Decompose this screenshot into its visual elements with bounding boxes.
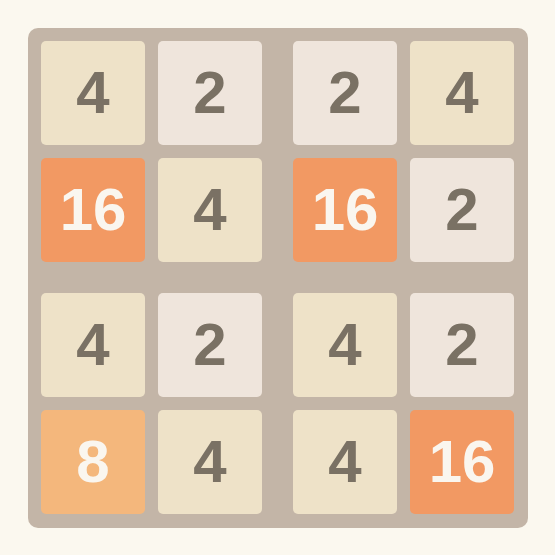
tile-4: 4 xyxy=(410,41,514,145)
tile-2: 2 xyxy=(158,41,262,145)
tile-4: 4 xyxy=(293,410,397,514)
tile-16: 16 xyxy=(41,158,145,262)
tile-2: 2 xyxy=(293,41,397,145)
tile-4: 4 xyxy=(293,293,397,397)
board-2048[interactable]: 4224164162424284416 xyxy=(28,28,528,528)
tile-8: 8 xyxy=(41,410,145,514)
tile-16: 16 xyxy=(293,158,397,262)
tile-16: 16 xyxy=(410,410,514,514)
tile-2: 2 xyxy=(158,293,262,397)
tile-2: 2 xyxy=(410,158,514,262)
tile-4: 4 xyxy=(41,41,145,145)
tile-2: 2 xyxy=(410,293,514,397)
tile-4: 4 xyxy=(158,410,262,514)
tile-4: 4 xyxy=(41,293,145,397)
tile-4: 4 xyxy=(158,158,262,262)
